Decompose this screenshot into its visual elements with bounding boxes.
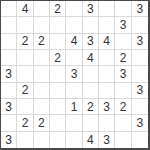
clue-cell-r9c6: 4 [83, 132, 99, 148]
clue-cell-r5c1: 3 [1, 66, 17, 82]
empty-cell-r4c7[interactable] [99, 50, 115, 66]
clue-cell-r2c8: 3 [115, 17, 131, 33]
empty-cell-r2c7[interactable] [99, 17, 115, 33]
empty-cell-r6c5[interactable] [66, 83, 82, 99]
empty-cell-r6c1[interactable] [1, 83, 17, 99]
empty-cell-r9c9[interactable] [132, 132, 148, 148]
empty-cell-r4c9[interactable] [132, 50, 148, 66]
empty-cell-r3c1[interactable] [1, 34, 17, 50]
clue-cell-r3c5: 4 [66, 34, 82, 50]
empty-cell-r2c5[interactable] [66, 17, 82, 33]
empty-cell-r1c1[interactable] [1, 1, 17, 17]
clue-cell-r3c6: 3 [83, 34, 99, 50]
empty-cell-r4c2[interactable] [17, 50, 33, 66]
empty-cell-r2c2[interactable] [17, 17, 33, 33]
clue-cell-r1c9: 3 [132, 1, 148, 17]
clue-cell-r9c1: 3 [1, 132, 17, 148]
clue-cell-r5c8: 3 [115, 66, 131, 82]
empty-cell-r6c3[interactable] [34, 83, 50, 99]
empty-cell-r5c6[interactable] [83, 66, 99, 82]
empty-cell-r6c7[interactable] [99, 83, 115, 99]
empty-cell-r8c8[interactable] [115, 115, 131, 131]
empty-cell-r9c4[interactable] [50, 132, 66, 148]
clue-cell-r7c6: 2 [83, 99, 99, 115]
clue-cell-r3c9: 3 [132, 34, 148, 50]
clue-cell-r7c5: 1 [66, 99, 82, 115]
clue-cell-r1c2: 4 [17, 1, 33, 17]
empty-cell-r5c3[interactable] [34, 66, 50, 82]
empty-cell-r2c1[interactable] [1, 17, 17, 33]
empty-cell-r1c8[interactable] [115, 1, 131, 17]
empty-cell-r5c9[interactable] [132, 66, 148, 82]
empty-cell-r9c5[interactable] [66, 132, 82, 148]
empty-cell-r3c8[interactable] [115, 34, 131, 50]
clue-cell-r4c8: 2 [115, 50, 131, 66]
empty-cell-r7c9[interactable] [132, 99, 148, 115]
clue-cell-r1c4: 2 [50, 1, 66, 17]
clue-cell-r3c3: 2 [34, 34, 50, 50]
empty-cell-r6c6[interactable] [83, 83, 99, 99]
empty-cell-r8c5[interactable] [66, 115, 82, 131]
empty-cell-r8c6[interactable] [83, 115, 99, 131]
empty-cell-r2c9[interactable] [132, 17, 148, 33]
clue-cell-r6c9: 3 [132, 83, 148, 99]
empty-cell-r4c3[interactable] [34, 50, 50, 66]
empty-cell-r5c2[interactable] [17, 66, 33, 82]
empty-cell-r1c3[interactable] [34, 1, 50, 17]
empty-cell-r4c1[interactable] [1, 50, 17, 66]
clue-cell-r3c7: 4 [99, 34, 115, 50]
minesweeper-grid: 423332243432423332331232223343 [0, 0, 150, 150]
clue-cell-r6c2: 2 [17, 83, 33, 99]
empty-cell-r6c4[interactable] [50, 83, 66, 99]
clue-cell-r8c3: 2 [34, 115, 50, 131]
empty-cell-r2c6[interactable] [83, 17, 99, 33]
clue-cell-r8c9: 3 [132, 115, 148, 131]
clue-cell-r9c7: 3 [99, 132, 115, 148]
clue-cell-r4c4: 2 [50, 50, 66, 66]
empty-cell-r2c3[interactable] [34, 17, 50, 33]
clue-cell-r8c2: 2 [17, 115, 33, 131]
clue-cell-r3c2: 2 [17, 34, 33, 50]
empty-cell-r9c2[interactable] [17, 132, 33, 148]
empty-cell-r9c3[interactable] [34, 132, 50, 148]
empty-cell-r2c4[interactable] [50, 17, 66, 33]
empty-cell-r7c3[interactable] [34, 99, 50, 115]
empty-cell-r8c7[interactable] [99, 115, 115, 131]
empty-cell-r1c5[interactable] [66, 1, 82, 17]
clue-cell-r1c6: 3 [83, 1, 99, 17]
empty-cell-r9c8[interactable] [115, 132, 131, 148]
empty-cell-r6c8[interactable] [115, 83, 131, 99]
clue-cell-r7c8: 2 [115, 99, 131, 115]
empty-cell-r3c4[interactable] [50, 34, 66, 50]
clue-cell-r5c5: 3 [66, 66, 82, 82]
empty-cell-r8c1[interactable] [1, 115, 17, 131]
clue-cell-r4c6: 4 [83, 50, 99, 66]
clue-cell-r7c7: 3 [99, 99, 115, 115]
empty-cell-r8c4[interactable] [50, 115, 66, 131]
empty-cell-r7c4[interactable] [50, 99, 66, 115]
empty-cell-r1c7[interactable] [99, 1, 115, 17]
empty-cell-r5c7[interactable] [99, 66, 115, 82]
empty-cell-r4c5[interactable] [66, 50, 82, 66]
clue-cell-r7c1: 3 [1, 99, 17, 115]
empty-cell-r5c4[interactable] [50, 66, 66, 82]
empty-cell-r7c2[interactable] [17, 99, 33, 115]
